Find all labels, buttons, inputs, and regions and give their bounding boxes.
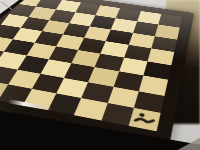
board-grid	[0, 0, 182, 131]
square-r7c7[interactable]	[128, 108, 160, 132]
photo-scene	[0, 0, 200, 150]
maker-logo-icon	[132, 110, 158, 129]
